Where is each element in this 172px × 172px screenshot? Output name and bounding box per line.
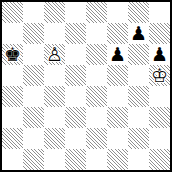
square-e2[interactable] (86, 128, 107, 149)
square-c2[interactable] (44, 128, 65, 149)
square-a5[interactable] (2, 65, 23, 86)
black-pawn: ♟ (151, 44, 168, 65)
square-d8[interactable] (65, 2, 86, 23)
square-a3[interactable] (2, 107, 23, 128)
square-g7[interactable]: ♟ (128, 23, 149, 44)
square-d1[interactable] (65, 149, 86, 170)
square-f5[interactable] (107, 65, 128, 86)
square-g1[interactable] (128, 149, 149, 170)
square-d3[interactable] (65, 107, 86, 128)
square-g8[interactable] (128, 2, 149, 23)
square-d5[interactable] (65, 65, 86, 86)
chess-diagram: ♟♚♙♟♟♔ (0, 0, 172, 172)
square-b2[interactable] (23, 128, 44, 149)
square-e3[interactable] (86, 107, 107, 128)
square-d4[interactable] (65, 86, 86, 107)
square-e1[interactable] (86, 149, 107, 170)
square-a2[interactable] (2, 128, 23, 149)
white-king: ♔ (151, 65, 168, 86)
white-pawn: ♙ (46, 44, 63, 65)
square-a6[interactable]: ♚ (2, 44, 23, 65)
square-e4[interactable] (86, 86, 107, 107)
square-h7[interactable] (149, 23, 170, 44)
square-a4[interactable] (2, 86, 23, 107)
square-a1[interactable] (2, 149, 23, 170)
square-f4[interactable] (107, 86, 128, 107)
square-b6[interactable] (23, 44, 44, 65)
square-h5[interactable]: ♔ (149, 65, 170, 86)
black-pawn: ♟ (130, 23, 147, 44)
square-c4[interactable] (44, 86, 65, 107)
square-f3[interactable] (107, 107, 128, 128)
square-c3[interactable] (44, 107, 65, 128)
black-king: ♚ (4, 44, 21, 65)
square-b5[interactable] (23, 65, 44, 86)
square-f7[interactable] (107, 23, 128, 44)
square-g6[interactable] (128, 44, 149, 65)
square-g3[interactable] (128, 107, 149, 128)
square-e5[interactable] (86, 65, 107, 86)
square-f2[interactable] (107, 128, 128, 149)
chess-board: ♟♚♙♟♟♔ (0, 0, 172, 172)
square-g5[interactable] (128, 65, 149, 86)
square-f1[interactable] (107, 149, 128, 170)
square-g2[interactable] (128, 128, 149, 149)
square-a7[interactable] (2, 23, 23, 44)
square-c7[interactable] (44, 23, 65, 44)
square-h3[interactable] (149, 107, 170, 128)
square-h6[interactable]: ♟ (149, 44, 170, 65)
square-b4[interactable] (23, 86, 44, 107)
square-d7[interactable] (65, 23, 86, 44)
square-a8[interactable] (2, 2, 23, 23)
square-b7[interactable] (23, 23, 44, 44)
square-b8[interactable] (23, 2, 44, 23)
square-e8[interactable] (86, 2, 107, 23)
square-e6[interactable] (86, 44, 107, 65)
square-h2[interactable] (149, 128, 170, 149)
black-pawn: ♟ (109, 44, 126, 65)
square-c5[interactable] (44, 65, 65, 86)
square-f8[interactable] (107, 2, 128, 23)
square-d6[interactable] (65, 44, 86, 65)
square-c6[interactable]: ♙ (44, 44, 65, 65)
square-c8[interactable] (44, 2, 65, 23)
square-h1[interactable] (149, 149, 170, 170)
square-h8[interactable] (149, 2, 170, 23)
square-g4[interactable] (128, 86, 149, 107)
square-b1[interactable] (23, 149, 44, 170)
square-d2[interactable] (65, 128, 86, 149)
square-e7[interactable] (86, 23, 107, 44)
square-f6[interactable]: ♟ (107, 44, 128, 65)
square-b3[interactable] (23, 107, 44, 128)
square-h4[interactable] (149, 86, 170, 107)
square-c1[interactable] (44, 149, 65, 170)
